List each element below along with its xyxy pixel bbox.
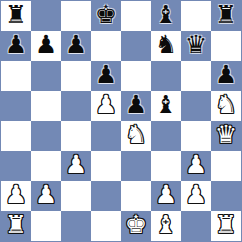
square-b4[interactable] (31, 121, 61, 151)
square-a7[interactable]: ♟ (1, 31, 31, 61)
square-h6[interactable]: ♟ (211, 61, 241, 91)
square-a2[interactable]: ♟ (1, 181, 31, 211)
square-c4[interactable] (61, 121, 91, 151)
piece-white-rook[interactable]: ♜ (215, 210, 237, 240)
piece-white-rook[interactable]: ♜ (5, 210, 27, 240)
piece-black-king[interactable]: ♚ (95, 0, 117, 30)
piece-white-pawn[interactable]: ♟ (65, 150, 87, 180)
square-d8[interactable]: ♚ (91, 1, 121, 31)
square-d4[interactable] (91, 121, 121, 151)
piece-white-queen[interactable]: ♛ (215, 120, 237, 150)
square-e3[interactable] (121, 151, 151, 181)
piece-black-pawn[interactable]: ♟ (215, 60, 237, 90)
square-c7[interactable]: ♟ (61, 31, 91, 61)
piece-black-pawn[interactable]: ♟ (35, 30, 57, 60)
piece-black-bishop[interactable]: ♝ (155, 0, 177, 30)
square-e7[interactable] (121, 31, 151, 61)
square-e5[interactable]: ♟ (121, 91, 151, 121)
square-f2[interactable]: ♟ (151, 181, 181, 211)
square-f6[interactable] (151, 61, 181, 91)
piece-white-pawn[interactable]: ♟ (185, 150, 207, 180)
square-f5[interactable]: ♝ (151, 91, 181, 121)
piece-white-knight[interactable]: ♞ (125, 120, 147, 150)
piece-white-pawn[interactable]: ♟ (5, 180, 27, 210)
square-a3[interactable] (1, 151, 31, 181)
square-e4[interactable]: ♞ (121, 121, 151, 151)
piece-black-rook[interactable]: ♜ (5, 0, 27, 30)
square-d6[interactable]: ♟ (91, 61, 121, 91)
chess-board: ♜♚♝♜♟♟♟♞♛♟♟♟♟♝♞♞♛♟♟♟♟♟♟♜♚♝♜ (0, 0, 242, 242)
piece-black-pawn[interactable]: ♟ (65, 30, 87, 60)
square-e1[interactable]: ♚ (121, 211, 151, 241)
piece-white-pawn[interactable]: ♟ (95, 90, 117, 120)
piece-black-bishop[interactable]: ♝ (155, 90, 177, 120)
square-b2[interactable]: ♟ (31, 181, 61, 211)
piece-white-pawn[interactable]: ♟ (155, 180, 177, 210)
square-b3[interactable] (31, 151, 61, 181)
square-g5[interactable] (181, 91, 211, 121)
piece-white-knight[interactable]: ♞ (215, 90, 237, 120)
piece-white-bishop[interactable]: ♝ (155, 210, 177, 240)
square-c3[interactable]: ♟ (61, 151, 91, 181)
square-c2[interactable] (61, 181, 91, 211)
square-h8[interactable]: ♜ (211, 1, 241, 31)
square-c5[interactable] (61, 91, 91, 121)
square-d5[interactable]: ♟ (91, 91, 121, 121)
piece-black-queen[interactable]: ♛ (185, 30, 207, 60)
piece-white-pawn[interactable]: ♟ (35, 180, 57, 210)
square-d1[interactable] (91, 211, 121, 241)
square-g1[interactable] (181, 211, 211, 241)
piece-black-rook[interactable]: ♜ (215, 0, 237, 30)
square-g2[interactable]: ♟ (181, 181, 211, 211)
square-f8[interactable]: ♝ (151, 1, 181, 31)
square-e6[interactable] (121, 61, 151, 91)
square-c8[interactable] (61, 1, 91, 31)
square-g7[interactable]: ♛ (181, 31, 211, 61)
square-g8[interactable] (181, 1, 211, 31)
square-g4[interactable] (181, 121, 211, 151)
square-c6[interactable] (61, 61, 91, 91)
piece-white-pawn[interactable]: ♟ (185, 180, 207, 210)
square-d3[interactable] (91, 151, 121, 181)
piece-black-pawn[interactable]: ♟ (5, 30, 27, 60)
square-h3[interactable] (211, 151, 241, 181)
square-b7[interactable]: ♟ (31, 31, 61, 61)
square-b1[interactable] (31, 211, 61, 241)
square-h7[interactable] (211, 31, 241, 61)
piece-black-knight[interactable]: ♞ (155, 30, 177, 60)
piece-white-king[interactable]: ♚ (125, 210, 147, 240)
square-d7[interactable] (91, 31, 121, 61)
square-g3[interactable]: ♟ (181, 151, 211, 181)
square-d2[interactable] (91, 181, 121, 211)
square-a5[interactable] (1, 91, 31, 121)
square-b8[interactable] (31, 1, 61, 31)
piece-black-pawn[interactable]: ♟ (125, 90, 147, 120)
square-h4[interactable]: ♛ (211, 121, 241, 151)
square-b5[interactable] (31, 91, 61, 121)
board-grid: ♜♚♝♜♟♟♟♞♛♟♟♟♟♝♞♞♛♟♟♟♟♟♟♜♚♝♜ (1, 1, 241, 241)
square-e8[interactable] (121, 1, 151, 31)
square-a6[interactable] (1, 61, 31, 91)
square-h5[interactable]: ♞ (211, 91, 241, 121)
square-c1[interactable] (61, 211, 91, 241)
square-h1[interactable]: ♜ (211, 211, 241, 241)
piece-black-pawn[interactable]: ♟ (95, 60, 117, 90)
square-f3[interactable] (151, 151, 181, 181)
square-f7[interactable]: ♞ (151, 31, 181, 61)
square-g6[interactable] (181, 61, 211, 91)
square-a8[interactable]: ♜ (1, 1, 31, 31)
square-f4[interactable] (151, 121, 181, 151)
square-b6[interactable] (31, 61, 61, 91)
square-f1[interactable]: ♝ (151, 211, 181, 241)
square-e2[interactable] (121, 181, 151, 211)
square-h2[interactable] (211, 181, 241, 211)
square-a1[interactable]: ♜ (1, 211, 31, 241)
square-a4[interactable] (1, 121, 31, 151)
